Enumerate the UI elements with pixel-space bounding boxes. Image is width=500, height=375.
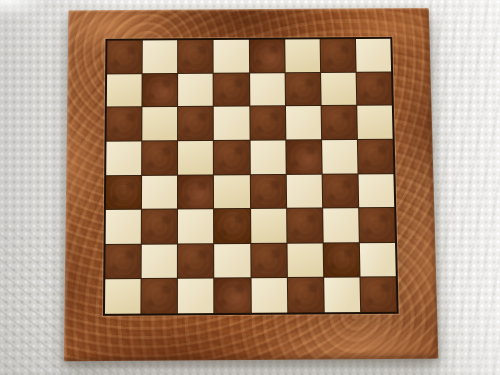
board-square bbox=[250, 174, 285, 208]
board-square bbox=[214, 73, 249, 106]
board-square bbox=[287, 243, 323, 277]
board-square bbox=[214, 209, 249, 243]
board-square bbox=[250, 140, 285, 173]
board-square bbox=[214, 40, 249, 73]
board-square bbox=[287, 209, 323, 243]
board-square bbox=[142, 141, 177, 174]
board-square bbox=[323, 208, 359, 242]
board-square bbox=[143, 40, 178, 73]
board-square bbox=[214, 141, 249, 174]
board-square bbox=[178, 141, 213, 174]
board-square bbox=[106, 210, 141, 244]
board-square bbox=[106, 175, 141, 209]
board-square bbox=[214, 107, 249, 140]
board-square bbox=[359, 208, 395, 242]
board-square bbox=[358, 140, 394, 173]
board-square bbox=[106, 141, 141, 174]
board-square bbox=[249, 40, 284, 73]
board-square bbox=[250, 73, 285, 106]
board-square bbox=[105, 279, 141, 313]
blanket-fold-right bbox=[430, 0, 500, 375]
board-square bbox=[178, 40, 213, 73]
chess-board bbox=[64, 8, 439, 361]
board-square bbox=[251, 278, 287, 312]
board-square bbox=[251, 209, 287, 243]
board-square bbox=[142, 175, 177, 209]
board-square bbox=[142, 244, 177, 278]
board-square bbox=[178, 73, 213, 106]
board-square bbox=[107, 40, 142, 73]
board-square bbox=[321, 106, 356, 139]
board-square bbox=[142, 279, 178, 313]
board-square bbox=[322, 174, 358, 208]
board-square bbox=[107, 107, 142, 140]
board-square bbox=[250, 106, 285, 139]
board-square bbox=[286, 106, 321, 139]
board-square bbox=[321, 72, 356, 105]
board-square bbox=[286, 140, 321, 173]
board-square bbox=[142, 107, 177, 140]
board-square bbox=[286, 174, 322, 208]
board-square bbox=[178, 175, 213, 209]
board-square bbox=[251, 243, 287, 277]
board-square bbox=[360, 278, 396, 312]
board-square bbox=[142, 210, 177, 244]
board-square bbox=[178, 107, 213, 140]
board-square bbox=[288, 278, 324, 312]
board-square bbox=[143, 74, 178, 107]
board-square bbox=[320, 39, 355, 72]
board-square bbox=[214, 175, 249, 209]
board-playing-area bbox=[103, 37, 399, 316]
board-square bbox=[356, 39, 391, 72]
scene bbox=[0, 0, 500, 375]
board-grid bbox=[105, 39, 397, 314]
board-square bbox=[215, 279, 251, 313]
board-square bbox=[360, 243, 396, 277]
board-square bbox=[322, 140, 358, 173]
board-square bbox=[178, 279, 214, 313]
board-square bbox=[215, 244, 251, 278]
board-square bbox=[107, 74, 142, 107]
board-square bbox=[105, 244, 141, 278]
board-square bbox=[323, 243, 359, 277]
board-square bbox=[178, 209, 213, 243]
board-square bbox=[324, 278, 360, 312]
board-square bbox=[356, 72, 391, 105]
board-square bbox=[285, 39, 320, 72]
board-square bbox=[358, 174, 394, 208]
board-square bbox=[285, 73, 320, 106]
board-square bbox=[357, 106, 393, 139]
board-square bbox=[178, 244, 213, 278]
